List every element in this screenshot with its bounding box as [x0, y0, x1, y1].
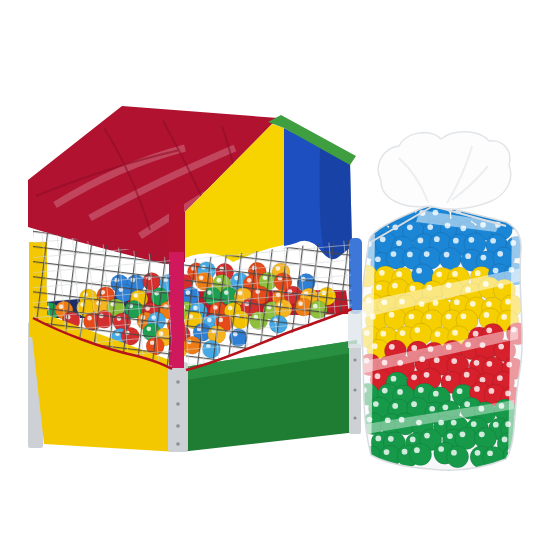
ball-highlight [473, 331, 479, 337]
ball-highlight [382, 388, 388, 394]
plastic-ball [360, 204, 382, 226]
ball-highlight [460, 431, 466, 437]
ball-highlight [454, 299, 460, 305]
ball-highlight [497, 251, 503, 257]
scene-canvas [0, 0, 560, 560]
ball-highlight [464, 372, 470, 378]
ball-highlight [376, 285, 382, 291]
ball-highlight [491, 210, 497, 216]
ball-highlight [414, 327, 420, 333]
ball-highlight [505, 299, 511, 305]
ball-highlight [392, 403, 398, 409]
ball-highlight [486, 327, 492, 333]
ball-highlight [373, 401, 379, 407]
ball-highlight [435, 331, 441, 337]
ball-highlight [389, 312, 395, 318]
front-corner-post [168, 362, 188, 452]
ball-highlight [461, 314, 467, 320]
ball-highlight [475, 450, 481, 456]
ball-highlight [436, 271, 442, 277]
ball-highlight [444, 252, 450, 258]
ball-highlight [474, 207, 480, 213]
right-pole-clear [348, 310, 362, 348]
ball-highlight [446, 314, 452, 320]
ball-highlight [365, 208, 371, 214]
ball-highlight [414, 447, 420, 453]
ball-highlight [452, 330, 458, 336]
ball-highlight [451, 420, 457, 426]
ball-highlight [433, 391, 439, 397]
ball-highlight [402, 449, 408, 455]
ball-highlight [410, 437, 416, 443]
ball-highlight [379, 270, 385, 276]
ball-highlight [490, 238, 496, 244]
ball-highlight [391, 251, 397, 257]
ball-highlight [429, 406, 435, 412]
ball-highlight [375, 256, 381, 262]
ball-highlight [397, 389, 403, 395]
ball-highlight [474, 386, 480, 392]
plastic-ball [439, 248, 461, 270]
ball-highlight [504, 212, 510, 218]
ball-highlight [498, 344, 504, 350]
plastic-ball [447, 446, 469, 468]
ball-highlight [410, 286, 416, 292]
ball-highlight [396, 271, 402, 277]
ball-highlight [487, 450, 493, 456]
ball-highlight [407, 252, 413, 258]
ball-highlight [434, 357, 440, 363]
ball-highlight [501, 314, 507, 320]
ball-highlight [470, 301, 476, 307]
ball-highlight [424, 433, 430, 439]
ball-highlight [391, 376, 397, 382]
ball-highlight [489, 388, 495, 394]
ball-highlight [493, 268, 499, 274]
ball-highlight [388, 436, 394, 442]
bag-knot [378, 132, 511, 209]
ball-highlight [424, 372, 430, 378]
plastic-ball [503, 445, 525, 467]
ball-highlight [487, 361, 493, 367]
ball-highlight [418, 387, 424, 393]
front-pole-top-red [169, 202, 184, 254]
plastic-ball [410, 443, 432, 465]
ball-highlight [434, 236, 440, 242]
ball-highlight [468, 237, 474, 243]
ball-highlight [443, 404, 449, 410]
ball-bag [356, 132, 529, 471]
ball-highlight [424, 251, 430, 257]
ball-highlight [396, 240, 402, 246]
ball-highlight [438, 446, 444, 452]
ball-highlight [389, 344, 395, 350]
ball-highlight [481, 255, 487, 261]
ball-highlight [502, 437, 508, 443]
ball-highlight [453, 238, 459, 244]
ball-highlight [493, 422, 499, 428]
ball-highlight [384, 449, 390, 455]
ball-highlight [497, 375, 503, 381]
ball-highlight [411, 401, 417, 407]
ball-highlight [471, 421, 477, 427]
ball-highlight [479, 431, 485, 437]
ball-highlight [447, 433, 453, 439]
ball-highlight [464, 401, 470, 407]
ball-highlight [392, 283, 398, 289]
ball-highlight [426, 314, 432, 320]
ball-highlight [407, 224, 413, 230]
ball-highlight [452, 271, 458, 277]
ball-highlight [375, 373, 381, 379]
product-photo [0, 0, 560, 560]
ball-highlight [416, 268, 422, 274]
ball-highlight [465, 253, 471, 259]
ball-highlight [418, 238, 424, 244]
ball-highlight [399, 210, 405, 216]
ball-highlight [384, 208, 390, 214]
ball-highlight [427, 224, 433, 230]
ball-highlight [409, 314, 415, 320]
ball-pit-tent [28, 106, 362, 452]
ball-highlight [484, 312, 490, 318]
ball-highlight [474, 360, 480, 366]
ball-highlight [400, 330, 406, 336]
ball-highlight [451, 450, 457, 456]
ball-highlight [480, 377, 486, 383]
ball-highlight [451, 358, 457, 364]
ball-highlight [457, 388, 463, 394]
ball-highlight [375, 436, 381, 442]
ball-highlight [411, 374, 417, 380]
ball-highlight [380, 331, 386, 337]
ball-highlight [445, 375, 451, 381]
ball-highlight [475, 270, 481, 276]
ball-highlight [486, 301, 492, 307]
